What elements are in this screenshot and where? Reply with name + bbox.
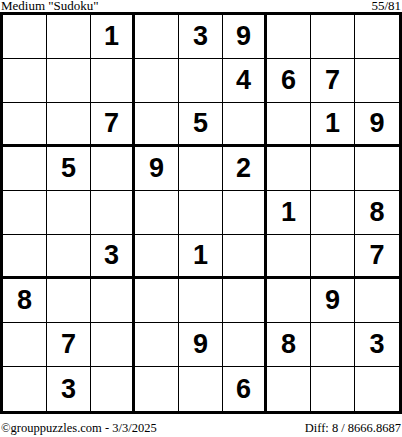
cell-r8c1[interactable]	[3, 323, 47, 367]
cell-r8c9[interactable]: 3	[355, 323, 399, 367]
cell-r4c5[interactable]	[179, 147, 223, 191]
cell-r9c6[interactable]: 6	[223, 367, 267, 411]
cell-r7c2[interactable]	[47, 279, 91, 323]
cell-r3c3[interactable]: 7	[91, 103, 135, 147]
cell-r6c3[interactable]: 3	[91, 235, 135, 279]
cell-r4c7[interactable]	[267, 147, 311, 191]
cell-r3c2[interactable]	[47, 103, 91, 147]
cell-r6c8[interactable]	[311, 235, 355, 279]
cell-r1c5[interactable]: 3	[179, 15, 223, 59]
cell-r6c1[interactable]	[3, 235, 47, 279]
cell-r1c3[interactable]: 1	[91, 15, 135, 59]
cell-r9c5[interactable]	[179, 367, 223, 411]
cells-remaining-counter: 55/81	[371, 0, 401, 12]
cell-r9c4[interactable]	[135, 367, 179, 411]
cell-r1c9[interactable]	[355, 15, 399, 59]
copyright-date: ©grouppuzzles.com - 3/3/2025	[1, 421, 157, 435]
cell-r7c3[interactable]	[91, 279, 135, 323]
cell-r2c3[interactable]	[91, 59, 135, 103]
cell-r7c5[interactable]	[179, 279, 223, 323]
cell-r6c9[interactable]: 7	[355, 235, 399, 279]
cell-r3c9[interactable]: 9	[355, 103, 399, 147]
sudoku-page: Medium "Sudoku" 55/81 139467751959218317…	[0, 0, 402, 437]
cell-r1c7[interactable]	[267, 15, 311, 59]
cell-r2c8[interactable]: 7	[311, 59, 355, 103]
cell-r3c6[interactable]	[223, 103, 267, 147]
cell-r9c7[interactable]	[267, 367, 311, 411]
cell-r7c6[interactable]	[223, 279, 267, 323]
cell-r2c6[interactable]: 4	[223, 59, 267, 103]
cell-r2c5[interactable]	[179, 59, 223, 103]
cell-r1c8[interactable]	[311, 15, 355, 59]
cell-r3c7[interactable]	[267, 103, 311, 147]
cell-r2c4[interactable]	[135, 59, 179, 103]
cell-r5c5[interactable]	[179, 191, 223, 235]
cell-r5c1[interactable]	[3, 191, 47, 235]
cell-r5c2[interactable]	[47, 191, 91, 235]
header: Medium "Sudoku" 55/81	[0, 0, 402, 12]
cell-r9c1[interactable]	[3, 367, 47, 411]
cell-r3c8[interactable]: 1	[311, 103, 355, 147]
cell-r3c1[interactable]	[3, 103, 47, 147]
cell-r7c1[interactable]: 8	[3, 279, 47, 323]
cell-r5c3[interactable]	[91, 191, 135, 235]
cell-r2c7[interactable]: 6	[267, 59, 311, 103]
footer: ©grouppuzzles.com - 3/3/2025 Diff: 8 / 8…	[0, 414, 402, 435]
cell-r6c7[interactable]	[267, 235, 311, 279]
cell-r8c7[interactable]: 8	[267, 323, 311, 367]
cell-r4c8[interactable]	[311, 147, 355, 191]
cell-r5c4[interactable]	[135, 191, 179, 235]
cell-r3c4[interactable]	[135, 103, 179, 147]
cell-r8c5[interactable]: 9	[179, 323, 223, 367]
cell-r4c1[interactable]	[3, 147, 47, 191]
cell-r2c1[interactable]	[3, 59, 47, 103]
cell-r6c6[interactable]	[223, 235, 267, 279]
cell-r6c5[interactable]: 1	[179, 235, 223, 279]
cell-r9c9[interactable]	[355, 367, 399, 411]
cell-r3c5[interactable]: 5	[179, 103, 223, 147]
cell-r4c3[interactable]	[91, 147, 135, 191]
cell-r2c2[interactable]	[47, 59, 91, 103]
cell-r4c4[interactable]: 9	[135, 147, 179, 191]
cell-r1c2[interactable]	[47, 15, 91, 59]
cell-r5c8[interactable]	[311, 191, 355, 235]
cell-r8c6[interactable]	[223, 323, 267, 367]
cell-r9c8[interactable]	[311, 367, 355, 411]
cell-r5c9[interactable]: 8	[355, 191, 399, 235]
cell-r5c6[interactable]	[223, 191, 267, 235]
cell-r1c1[interactable]	[3, 15, 47, 59]
cell-r7c8[interactable]: 9	[311, 279, 355, 323]
cell-r8c3[interactable]	[91, 323, 135, 367]
cell-r4c2[interactable]: 5	[47, 147, 91, 191]
cell-r9c3[interactable]	[91, 367, 135, 411]
cell-r6c4[interactable]	[135, 235, 179, 279]
difficulty-rating: Diff: 8 / 8666.8687	[305, 421, 401, 435]
cell-r6c2[interactable]	[47, 235, 91, 279]
cell-r4c9[interactable]	[355, 147, 399, 191]
cell-r7c9[interactable]	[355, 279, 399, 323]
cell-r7c7[interactable]	[267, 279, 311, 323]
cell-r8c8[interactable]	[311, 323, 355, 367]
sudoku-board: 13946775195921831789798336	[0, 12, 402, 414]
cell-r7c4[interactable]	[135, 279, 179, 323]
cell-r2c9[interactable]	[355, 59, 399, 103]
cell-r8c2[interactable]: 7	[47, 323, 91, 367]
cell-r9c2[interactable]: 3	[47, 367, 91, 411]
cell-r4c6[interactable]: 2	[223, 147, 267, 191]
puzzle-title: Medium "Sudoku"	[1, 0, 99, 12]
cell-r5c7[interactable]: 1	[267, 191, 311, 235]
cell-r8c4[interactable]	[135, 323, 179, 367]
cell-r1c4[interactable]	[135, 15, 179, 59]
cell-r1c6[interactable]: 9	[223, 15, 267, 59]
